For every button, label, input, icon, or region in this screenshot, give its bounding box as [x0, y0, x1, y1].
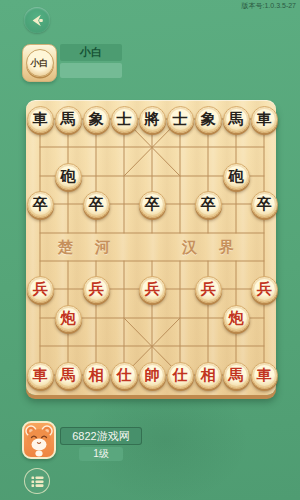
river-label-right: 汉 界	[182, 238, 243, 256]
piece-black-將[interactable]: 將	[139, 106, 166, 133]
bottom-player-plate: 6822游戏网 1级	[22, 421, 142, 461]
piece-black-車[interactable]: 車	[27, 106, 54, 133]
piece-black-象[interactable]: 象	[83, 106, 110, 133]
hamster-mascot-icon	[24, 423, 54, 457]
back-button[interactable]	[24, 7, 50, 33]
piece-red-兵[interactable]: 兵	[83, 276, 110, 303]
piece-black-卒[interactable]: 卒	[139, 191, 166, 218]
piece-red-兵[interactable]: 兵	[195, 276, 222, 303]
back-arrow-icon	[30, 13, 45, 28]
piece-black-砲[interactable]: 砲	[223, 163, 250, 190]
piece-red-馬[interactable]: 馬	[55, 362, 82, 389]
xiangqi-board[interactable]: 楚 河 汉 界 車馬象士將士象馬車砲砲卒卒卒卒卒兵兵兵兵兵炮炮車馬相仕帥仕相馬車	[26, 100, 276, 395]
piece-black-卒[interactable]: 卒	[27, 191, 54, 218]
avatar-piece-icon: 小白	[26, 49, 54, 77]
top-player-plate: 小白 小白	[22, 44, 122, 82]
piece-red-兵[interactable]: 兵	[27, 276, 54, 303]
menu-button[interactable]	[24, 468, 50, 494]
list-menu-icon	[30, 474, 45, 489]
piece-black-砲[interactable]: 砲	[55, 163, 82, 190]
top-player-name: 小白	[60, 44, 122, 61]
bottom-player-level: 1级	[79, 447, 123, 461]
piece-black-卒[interactable]: 卒	[251, 191, 278, 218]
river-label-left: 楚 河	[58, 238, 119, 256]
piece-black-卒[interactable]: 卒	[195, 191, 222, 218]
piece-black-象[interactable]: 象	[195, 106, 222, 133]
game-screen: 版本号:1.0.3.5-27 小白 小白 楚 河 汉 界 車馬象士將士象馬車砲砲…	[0, 0, 300, 500]
piece-red-仕[interactable]: 仕	[167, 362, 194, 389]
bottom-player-info: 6822游戏网 1级	[60, 427, 142, 461]
piece-red-仕[interactable]: 仕	[111, 362, 138, 389]
piece-red-炮[interactable]: 炮	[55, 305, 82, 332]
piece-red-相[interactable]: 相	[195, 362, 222, 389]
piece-black-士[interactable]: 士	[111, 106, 138, 133]
piece-red-馬[interactable]: 馬	[223, 362, 250, 389]
bottom-player-avatar[interactable]	[22, 421, 56, 459]
piece-red-車[interactable]: 車	[251, 362, 278, 389]
piece-black-卒[interactable]: 卒	[83, 191, 110, 218]
top-player-bars: 小白	[60, 44, 122, 82]
top-player-avatar[interactable]: 小白	[22, 44, 57, 82]
piece-red-帥[interactable]: 帥	[139, 362, 166, 389]
bottom-player-name: 6822游戏网	[60, 427, 142, 445]
piece-black-士[interactable]: 士	[167, 106, 194, 133]
piece-red-車[interactable]: 車	[27, 362, 54, 389]
piece-black-馬[interactable]: 馬	[223, 106, 250, 133]
piece-red-相[interactable]: 相	[83, 362, 110, 389]
piece-red-兵[interactable]: 兵	[251, 276, 278, 303]
top-player-status-bar	[60, 63, 122, 78]
piece-black-馬[interactable]: 馬	[55, 106, 82, 133]
piece-red-炮[interactable]: 炮	[223, 305, 250, 332]
piece-black-車[interactable]: 車	[251, 106, 278, 133]
piece-red-兵[interactable]: 兵	[139, 276, 166, 303]
version-label: 版本号:1.0.3.5-27	[242, 1, 296, 11]
